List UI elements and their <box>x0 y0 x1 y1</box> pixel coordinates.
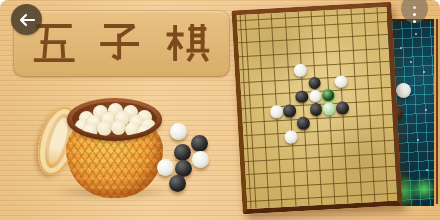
gomoku-promo-screen: 五子棋 <box>0 0 440 220</box>
star-dot <box>426 169 428 171</box>
star-dot <box>410 61 412 63</box>
star-dot <box>417 139 419 141</box>
green-glow <box>412 177 434 201</box>
black-stone <box>309 103 322 116</box>
galaxy-board-frame-line <box>436 19 438 204</box>
title-character-qi <box>167 24 210 61</box>
star-dot <box>400 47 402 49</box>
black-stone <box>336 101 349 114</box>
ellipsis-dot <box>413 13 416 16</box>
basket-white-stones <box>72 102 157 136</box>
black-stone <box>175 160 192 177</box>
left-arrow-icon <box>18 13 36 27</box>
black-stone <box>308 76 321 89</box>
ellipsis-dot <box>413 6 416 9</box>
black-stone <box>295 90 308 103</box>
white-stone <box>294 64 307 77</box>
ellipsis-dot <box>413 20 416 23</box>
white-stone <box>396 83 411 98</box>
basket-stone <box>111 120 126 135</box>
black-stone <box>297 117 310 130</box>
basket-rim <box>67 98 162 141</box>
white-stone <box>334 75 347 88</box>
back-button[interactable] <box>11 4 42 35</box>
basket-stone <box>83 123 98 137</box>
star-dot <box>415 33 417 35</box>
star-dot <box>425 109 427 111</box>
black-stone <box>174 144 191 161</box>
white-stone <box>284 131 297 144</box>
star-dot <box>423 71 425 73</box>
black-stone-highlighted <box>322 89 335 102</box>
stone-basket <box>66 98 163 198</box>
white-stone <box>192 151 209 168</box>
basket-stone <box>97 121 112 136</box>
black-stone <box>191 135 208 152</box>
white-stone <box>170 123 187 140</box>
title-character-zi <box>100 26 139 59</box>
white-stone-highlighted <box>323 102 336 115</box>
white-stone <box>157 159 174 176</box>
title-plaque: 五子棋 <box>13 10 230 77</box>
title-calligraphy <box>31 21 213 67</box>
white-stone <box>309 90 322 103</box>
gomoku-board-surface <box>237 7 398 209</box>
black-stone <box>169 175 186 192</box>
white-stone <box>270 105 283 118</box>
black-stone <box>283 104 296 117</box>
gomoku-board <box>231 2 402 215</box>
gomoku-stone-grid <box>238 7 393 199</box>
title-character-wu <box>34 26 75 60</box>
